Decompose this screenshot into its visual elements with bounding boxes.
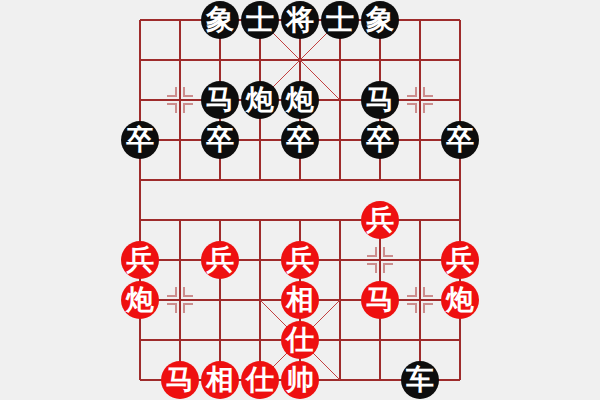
point-marker xyxy=(167,87,176,96)
xiangqi-board: 象士将士象马炮炮马卒卒卒卒卒车兵兵兵兵兵炮相马炮仕马相仕帅 xyxy=(0,0,600,400)
point-marker xyxy=(424,104,433,113)
piece-black-horse[interactable]: 马 xyxy=(201,81,239,119)
piece-red-pawn[interactable]: 兵 xyxy=(441,241,479,279)
piece-red-advisor[interactable]: 仕 xyxy=(281,321,319,359)
point-marker xyxy=(407,287,416,296)
piece-red-cannon[interactable]: 炮 xyxy=(121,281,159,319)
piece-red-elephant[interactable]: 相 xyxy=(201,361,239,399)
piece-black-chariot[interactable]: 车 xyxy=(401,361,439,399)
point-marker xyxy=(167,304,176,313)
piece-black-pawn[interactable]: 卒 xyxy=(121,121,159,159)
piece-red-pawn[interactable]: 兵 xyxy=(281,241,319,279)
piece-black-cannon[interactable]: 炮 xyxy=(281,81,319,119)
piece-red-advisor[interactable]: 仕 xyxy=(241,361,279,399)
piece-black-pawn[interactable]: 卒 xyxy=(201,121,239,159)
point-marker xyxy=(424,87,433,96)
point-marker xyxy=(367,264,376,273)
piece-red-horse[interactable]: 马 xyxy=(161,361,199,399)
piece-red-king[interactable]: 帅 xyxy=(281,361,319,399)
point-marker xyxy=(184,287,193,296)
piece-red-elephant[interactable]: 相 xyxy=(281,281,319,319)
piece-black-advisor[interactable]: 士 xyxy=(241,1,279,39)
piece-red-pawn[interactable]: 兵 xyxy=(361,201,399,239)
point-marker xyxy=(184,304,193,313)
piece-black-pawn[interactable]: 卒 xyxy=(441,121,479,159)
point-marker xyxy=(407,87,416,96)
piece-black-cannon[interactable]: 炮 xyxy=(241,81,279,119)
point-marker xyxy=(384,264,393,273)
point-marker xyxy=(407,304,416,313)
piece-red-pawn[interactable]: 兵 xyxy=(121,241,159,279)
piece-red-cannon[interactable]: 炮 xyxy=(441,281,479,319)
piece-black-elephant[interactable]: 象 xyxy=(361,1,399,39)
point-marker xyxy=(184,87,193,96)
piece-red-pawn[interactable]: 兵 xyxy=(201,241,239,279)
point-marker xyxy=(407,104,416,113)
piece-black-king[interactable]: 将 xyxy=(281,1,319,39)
piece-black-advisor[interactable]: 士 xyxy=(321,1,359,39)
point-marker xyxy=(367,247,376,256)
piece-black-elephant[interactable]: 象 xyxy=(201,1,239,39)
piece-black-horse[interactable]: 马 xyxy=(361,81,399,119)
piece-black-pawn[interactable]: 卒 xyxy=(281,121,319,159)
piece-red-horse[interactable]: 马 xyxy=(361,281,399,319)
point-marker xyxy=(424,304,433,313)
piece-black-pawn[interactable]: 卒 xyxy=(361,121,399,159)
point-marker xyxy=(167,287,176,296)
point-marker xyxy=(384,247,393,256)
point-marker xyxy=(424,287,433,296)
point-marker xyxy=(184,104,193,113)
point-marker xyxy=(167,104,176,113)
